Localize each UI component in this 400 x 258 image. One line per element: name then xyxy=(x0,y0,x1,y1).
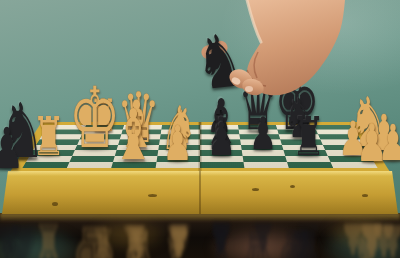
piece-white-pawn[interactable]: ♟ xyxy=(376,118,400,168)
reflection-piece: ♟ xyxy=(376,217,400,258)
square-f1[interactable] xyxy=(243,162,288,168)
wood-knot xyxy=(52,202,58,206)
held-piece-black-knight[interactable]: ♞ xyxy=(189,23,251,102)
reflection-piece: ♟ xyxy=(161,217,195,258)
wood-knot xyxy=(252,188,259,191)
wood-knot xyxy=(148,194,157,197)
piece-black-pawn[interactable]: ♟ xyxy=(248,111,279,156)
front-fold-seam xyxy=(199,171,201,214)
piece-black-pawn[interactable]: ♟ xyxy=(206,116,238,162)
board-front-edge xyxy=(2,171,398,214)
reflection-piece: ♟ xyxy=(206,217,238,258)
chess-scene: ♜♟♛♚♟♟♞♛♟♝♚♝♞♟♟♜♟♜♝♟♞♟♞♟♟♟♟ ♜♟♛♚♟♟♞♛♟♝♚♝… xyxy=(0,0,400,258)
wood-knot xyxy=(362,194,368,197)
piece-black-pawn[interactable]: ♟ xyxy=(0,119,27,176)
piece-white-bishop[interactable]: ♝ xyxy=(109,101,157,171)
table-reflection: ♜♟♛♚♟♟♞♛♟♝♚♝♞♟♟♜♟♜♝♟♞♟♞♟♟♟♟ xyxy=(0,213,400,258)
reflection-piece: ♟ xyxy=(248,217,279,257)
piece-black-rook[interactable]: ♜ xyxy=(290,110,327,163)
reflection-piece: ♝ xyxy=(109,215,157,258)
wood-knot xyxy=(290,185,295,188)
reflection-piece: ♜ xyxy=(290,216,327,258)
piece-white-pawn[interactable]: ♟ xyxy=(161,120,195,168)
reflection-piece: ♟ xyxy=(0,216,27,258)
